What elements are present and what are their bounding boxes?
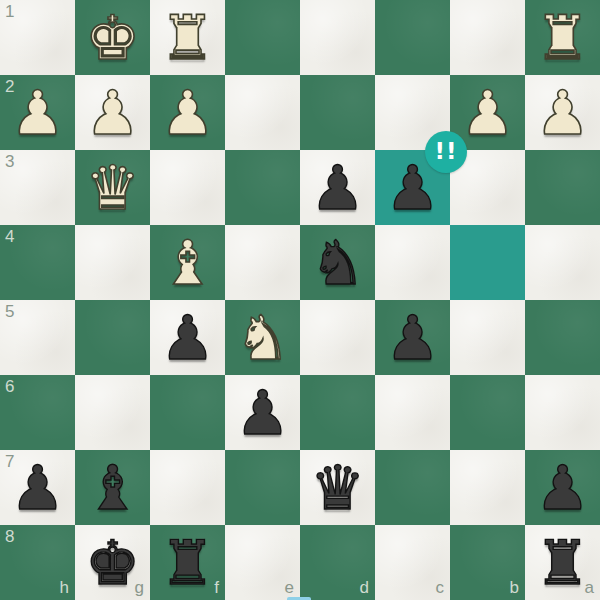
chess-board: 1♚♜♜2♟♟♟♟♟3♛♟♟4♝♞5♟♞♟6♟7♟♝♛♟8hg♚f♜edcba♜ <box>0 0 600 600</box>
piece-white-rook[interactable]: ♜ <box>525 0 600 75</box>
rank-label-4: 4 <box>5 227 14 247</box>
square-c1[interactable] <box>375 0 450 75</box>
square-b1[interactable] <box>450 0 525 75</box>
square-a2[interactable]: ♟ <box>525 75 600 150</box>
piece-white-pawn[interactable]: ♟ <box>150 75 225 150</box>
piece-black-pawn[interactable]: ♟ <box>225 375 300 450</box>
square-a6[interactable] <box>525 375 600 450</box>
square-f5[interactable]: ♟ <box>150 300 225 375</box>
square-e5[interactable]: ♞ <box>225 300 300 375</box>
square-d6[interactable] <box>300 375 375 450</box>
square-g5[interactable] <box>75 300 150 375</box>
square-c4[interactable] <box>375 225 450 300</box>
square-b5[interactable] <box>450 300 525 375</box>
chess-board-screen: 1♚♜♜2♟♟♟♟♟3♛♟♟4♝♞5♟♞♟6♟7♟♝♛♟8hg♚f♜edcba♜… <box>0 0 600 600</box>
square-f3[interactable] <box>150 150 225 225</box>
rank-label-7: 7 <box>5 452 14 472</box>
square-b8[interactable]: b <box>450 525 525 600</box>
square-f1[interactable]: ♜ <box>150 0 225 75</box>
square-f2[interactable]: ♟ <box>150 75 225 150</box>
rank-label-8: 8 <box>5 527 14 547</box>
square-e4[interactable] <box>225 225 300 300</box>
file-label-e: e <box>285 578 294 598</box>
square-a4[interactable] <box>525 225 600 300</box>
piece-white-bishop[interactable]: ♝ <box>150 225 225 300</box>
piece-white-pawn[interactable]: ♟ <box>75 75 150 150</box>
piece-black-knight[interactable]: ♞ <box>300 225 375 300</box>
square-g1[interactable]: ♚ <box>75 0 150 75</box>
square-g2[interactable]: ♟ <box>75 75 150 150</box>
piece-black-bishop[interactable]: ♝ <box>75 450 150 525</box>
file-label-b: b <box>510 578 519 598</box>
square-b4[interactable] <box>450 225 525 300</box>
square-d3[interactable]: ♟ <box>300 150 375 225</box>
square-h4[interactable]: 4 <box>0 225 75 300</box>
square-b7[interactable] <box>450 450 525 525</box>
square-d7[interactable]: ♛ <box>300 450 375 525</box>
square-a7[interactable]: ♟ <box>525 450 600 525</box>
square-d8[interactable]: d <box>300 525 375 600</box>
square-f8[interactable]: f♜ <box>150 525 225 600</box>
square-e2[interactable] <box>225 75 300 150</box>
square-a3[interactable] <box>525 150 600 225</box>
square-h6[interactable]: 6 <box>0 375 75 450</box>
piece-white-queen[interactable]: ♛ <box>75 150 150 225</box>
square-f4[interactable]: ♝ <box>150 225 225 300</box>
rank-label-1: 1 <box>5 2 14 22</box>
piece-white-pawn[interactable]: ♟ <box>525 75 600 150</box>
square-g3[interactable]: ♛ <box>75 150 150 225</box>
brilliant-move-icon: !! <box>435 138 458 164</box>
square-g7[interactable]: ♝ <box>75 450 150 525</box>
square-e7[interactable] <box>225 450 300 525</box>
piece-black-pawn[interactable]: ♟ <box>300 150 375 225</box>
rank-label-6: 6 <box>5 377 14 397</box>
rank-label-3: 3 <box>5 152 14 172</box>
square-h5[interactable]: 5 <box>0 300 75 375</box>
square-d5[interactable] <box>300 300 375 375</box>
piece-black-pawn[interactable]: ♟ <box>525 450 600 525</box>
square-c6[interactable] <box>375 375 450 450</box>
square-d4[interactable]: ♞ <box>300 225 375 300</box>
file-label-d: d <box>360 578 369 598</box>
square-c7[interactable] <box>375 450 450 525</box>
square-a1[interactable]: ♜ <box>525 0 600 75</box>
piece-white-rook[interactable]: ♜ <box>150 0 225 75</box>
piece-black-queen[interactable]: ♛ <box>300 450 375 525</box>
square-a5[interactable] <box>525 300 600 375</box>
file-label-f: f <box>214 578 219 598</box>
piece-white-knight[interactable]: ♞ <box>225 300 300 375</box>
file-label-a: a <box>585 578 594 598</box>
square-e1[interactable] <box>225 0 300 75</box>
file-label-c: c <box>436 578 445 598</box>
square-e8[interactable]: e <box>225 525 300 600</box>
square-c5[interactable]: ♟ <box>375 300 450 375</box>
rank-label-2: 2 <box>5 77 14 97</box>
square-h3[interactable]: 3 <box>0 150 75 225</box>
square-c8[interactable]: c <box>375 525 450 600</box>
square-d2[interactable] <box>300 75 375 150</box>
piece-black-pawn[interactable]: ♟ <box>150 300 225 375</box>
file-label-g: g <box>135 578 144 598</box>
file-label-h: h <box>60 578 69 598</box>
square-h1[interactable]: 1 <box>0 0 75 75</box>
square-d1[interactable] <box>300 0 375 75</box>
square-e6[interactable]: ♟ <box>225 375 300 450</box>
piece-black-pawn[interactable]: ♟ <box>375 300 450 375</box>
square-g8[interactable]: g♚ <box>75 525 150 600</box>
square-e3[interactable] <box>225 150 300 225</box>
square-g6[interactable] <box>75 375 150 450</box>
square-a8[interactable]: a♜ <box>525 525 600 600</box>
square-f6[interactable] <box>150 375 225 450</box>
brilliant-move-badge: !! <box>425 131 467 173</box>
square-g4[interactable] <box>75 225 150 300</box>
square-h2[interactable]: 2♟ <box>0 75 75 150</box>
rank-label-5: 5 <box>5 302 14 322</box>
square-h8[interactable]: 8h <box>0 525 75 600</box>
piece-white-king[interactable]: ♚ <box>75 0 150 75</box>
square-b6[interactable] <box>450 375 525 450</box>
square-f7[interactable] <box>150 450 225 525</box>
square-h7[interactable]: 7♟ <box>0 450 75 525</box>
